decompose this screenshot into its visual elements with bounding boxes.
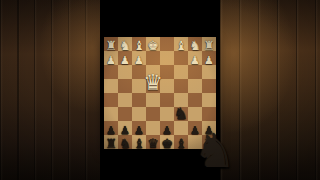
- square-g2[interactable]: ♟: [188, 51, 202, 65]
- square-c5[interactable]: [132, 93, 146, 107]
- square-f6[interactable]: ♞: [174, 107, 188, 121]
- square-d2[interactable]: [146, 51, 160, 65]
- square-d1[interactable]: ♚: [146, 37, 160, 51]
- square-a4[interactable]: [104, 79, 118, 93]
- square-h5[interactable]: [202, 93, 216, 107]
- square-h2[interactable]: ♟: [202, 51, 216, 65]
- square-d8[interactable]: ♛: [146, 135, 160, 149]
- square-d6[interactable]: [146, 107, 160, 121]
- letterbox-top: [100, 0, 220, 37]
- square-e7[interactable]: ♟: [160, 121, 174, 135]
- square-b4[interactable]: [118, 79, 132, 93]
- square-f4[interactable]: [174, 79, 188, 93]
- square-e4[interactable]: [160, 79, 174, 93]
- square-b3[interactable]: [118, 65, 132, 79]
- square-e6[interactable]: [160, 107, 174, 121]
- square-e2[interactable]: [160, 51, 174, 65]
- square-a6[interactable]: [104, 107, 118, 121]
- square-f2[interactable]: [174, 51, 188, 65]
- square-e5[interactable]: [160, 93, 174, 107]
- square-h1[interactable]: ♜: [202, 37, 216, 51]
- square-a3[interactable]: [104, 65, 118, 79]
- square-e3[interactable]: [160, 65, 174, 79]
- piece-black-knight-b8[interactable]: ♞: [119, 137, 131, 150]
- square-b6[interactable]: [118, 107, 132, 121]
- piece-black-king-e8[interactable]: ♚: [161, 137, 173, 150]
- square-d3[interactable]: [146, 65, 160, 79]
- square-b2[interactable]: ♟: [118, 51, 132, 65]
- piece-black-bishop-f8[interactable]: ♝: [175, 137, 187, 150]
- square-b5[interactable]: [118, 93, 132, 107]
- square-c3[interactable]: [132, 65, 146, 79]
- square-g3[interactable]: [188, 65, 202, 79]
- square-c6[interactable]: [132, 107, 146, 121]
- square-f5[interactable]: [174, 93, 188, 107]
- square-f3[interactable]: [174, 65, 188, 79]
- table-wood-left: [0, 0, 100, 180]
- square-g1[interactable]: ♞: [188, 37, 202, 51]
- square-a1[interactable]: ♜: [104, 37, 118, 51]
- square-b8[interactable]: ♞: [118, 135, 132, 149]
- square-b7[interactable]: ♟: [118, 121, 132, 135]
- square-d4[interactable]: ♛: [146, 79, 160, 93]
- square-f1[interactable]: ♝: [174, 37, 188, 51]
- piece-black-bishop-c8[interactable]: ♝: [133, 137, 145, 150]
- square-f7[interactable]: [174, 121, 188, 135]
- square-g5[interactable]: [188, 93, 202, 107]
- square-a5[interactable]: [104, 93, 118, 107]
- square-e1[interactable]: [160, 37, 174, 51]
- square-e8[interactable]: ♚: [160, 135, 174, 149]
- square-h3[interactable]: [202, 65, 216, 79]
- video-frame: ♜♞♝♚♝♞♜♟♟♟♟♟♛♞♟♟♟♟♟♟♜♞♝♛♚♝♜ ♞: [0, 0, 320, 180]
- square-g4[interactable]: [188, 79, 202, 93]
- piece-black-queen-d8[interactable]: ♛: [147, 137, 159, 150]
- square-c8[interactable]: ♝: [132, 135, 146, 149]
- square-g6[interactable]: [188, 107, 202, 121]
- square-d7[interactable]: [146, 121, 160, 135]
- square-b1[interactable]: ♞: [118, 37, 132, 51]
- piece-black-knight-f6[interactable]: ♞: [174, 106, 188, 122]
- square-h6[interactable]: [202, 107, 216, 121]
- square-c7[interactable]: ♟: [132, 121, 146, 135]
- square-c2[interactable]: ♟: [132, 51, 146, 65]
- piece-black-rook-a8[interactable]: ♜: [105, 137, 117, 150]
- square-f8[interactable]: ♝: [174, 135, 188, 149]
- decorative-knight-piece: ♞: [194, 127, 228, 179]
- square-h4[interactable]: [202, 79, 216, 93]
- square-c4[interactable]: [132, 79, 146, 93]
- square-a7[interactable]: ♟: [104, 121, 118, 135]
- square-c1[interactable]: ♝: [132, 37, 146, 51]
- square-a8[interactable]: ♜: [104, 135, 118, 149]
- square-d5[interactable]: [146, 93, 160, 107]
- square-a2[interactable]: ♟: [104, 51, 118, 65]
